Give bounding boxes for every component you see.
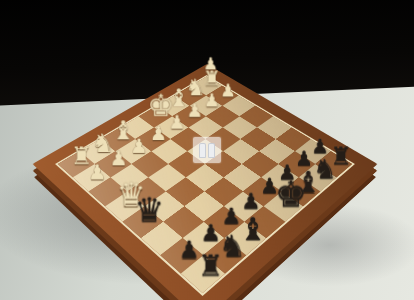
white-pawn-a2: ♟ bbox=[88, 161, 107, 182]
white-pawn-b2: ♟ bbox=[110, 148, 128, 168]
white-pawn-d2: ♟ bbox=[150, 124, 167, 143]
board-grid: ♜♞♝♚♝♞♜♟♟♟♟♟♟♟♟♛♛♟♟♟♟♟♟♟♟♜♞♝♚♝♞♜ bbox=[58, 76, 352, 293]
white-pawn-g2: ♟ bbox=[204, 91, 220, 109]
watermark bbox=[193, 137, 221, 163]
black-pawn-a7: ♟ bbox=[178, 238, 199, 262]
black-pawn-d7: ♟ bbox=[241, 190, 260, 212]
board-border: ♜♞♝♚♝♞♜♟♟♟♟♟♟♟♟♛♛♟♟♟♟♟♟♟♟♜♞♝♚♝♞♜ bbox=[55, 75, 355, 296]
chess-board: ♜♞♝♚♝♞♜♟♟♟♟♟♟♟♟♛♛♟♟♟♟♟♟♟♟♜♞♝♚♝♞♜ ♟ bbox=[32, 64, 377, 300]
photo-scene: ♜♞♝♚♝♞♜♟♟♟♟♟♟♟♟♛♛♟♟♟♟♟♟♟♟♜♞♝♚♝♞♜ ♟ bbox=[0, 0, 414, 300]
white-pawn-c2: ♟ bbox=[130, 136, 148, 156]
board-frame: ♜♞♝♚♝♞♜♟♟♟♟♟♟♟♟♛♛♟♟♟♟♟♟♟♟♜♞♝♚♝♞♜ ♟ bbox=[32, 64, 377, 300]
white-pawn-f2: ♟ bbox=[187, 102, 204, 120]
black-rook-a8: ♜ bbox=[197, 251, 223, 280]
black-king-e8: ♚ bbox=[275, 176, 307, 212]
watermark-icon bbox=[199, 143, 206, 158]
white-pawn-h2: ♟ bbox=[220, 81, 236, 99]
white-pawn-e2: ♟ bbox=[169, 113, 186, 132]
black-queen-a5: ♛ bbox=[134, 194, 164, 227]
watermark-icon bbox=[208, 143, 215, 158]
